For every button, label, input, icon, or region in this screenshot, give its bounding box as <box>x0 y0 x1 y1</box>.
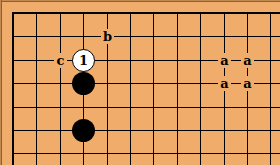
grid-line-horizontal <box>12 107 280 108</box>
grid-line-vertical <box>12 12 14 165</box>
grid-line-horizontal <box>12 83 280 84</box>
grid-line-vertical <box>270 12 271 165</box>
grid-line-vertical <box>153 12 154 165</box>
point-label-a: a <box>218 76 231 91</box>
go-board-diagram: bcaaaa1 <box>0 0 280 165</box>
grid-line-horizontal <box>12 12 280 14</box>
grid-line-vertical <box>200 12 201 165</box>
frame-left-inner <box>1 0 2 165</box>
frame-top-inner <box>0 1 280 2</box>
grid-line-horizontal <box>12 130 280 131</box>
grid-line-horizontal <box>12 36 280 37</box>
point-label-a: a <box>241 76 254 91</box>
grid-line-vertical <box>36 12 37 165</box>
black-stone <box>72 119 95 142</box>
grid-line-horizontal <box>12 153 280 154</box>
white-stone-1: 1 <box>72 49 95 72</box>
point-label-a: a <box>218 53 231 68</box>
grid-line-horizontal <box>12 60 280 61</box>
point-label-a: a <box>241 53 254 68</box>
black-stone <box>72 72 95 95</box>
grid-line-vertical <box>130 12 131 165</box>
grid-line-vertical <box>60 12 61 165</box>
point-label-c: c <box>54 53 67 68</box>
grid-line-vertical <box>177 12 178 165</box>
point-label-b: b <box>101 29 114 44</box>
